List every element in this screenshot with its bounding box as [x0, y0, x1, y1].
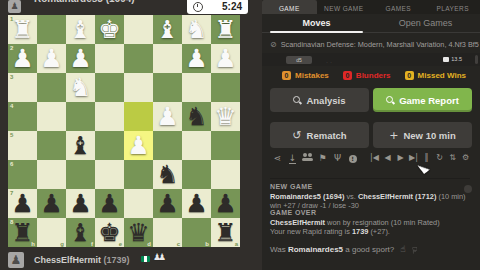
- new-rating-line: Your new Rapid rating is 1739 (+27).: [270, 227, 470, 236]
- square-f2[interactable]: ♟: [66, 44, 95, 73]
- move-badge: 13.5: [443, 56, 462, 62]
- new-rating-value: 1739: [352, 227, 368, 236]
- black-queen[interactable]: ♛: [127, 218, 149, 247]
- trophy-icon[interactable]: Ψ: [330, 154, 345, 163]
- square-f5[interactable]: ♝: [66, 131, 95, 160]
- square-a3[interactable]: [211, 73, 240, 102]
- next-move-icon[interactable]: ▶: [394, 154, 407, 162]
- rank-label: 1: [10, 16, 13, 22]
- square-e6[interactable]: [95, 160, 124, 189]
- opening-name: Scandinavian Defense: Modern, Marshall V…: [281, 40, 479, 49]
- square-c7[interactable]: ♟: [153, 189, 182, 218]
- white-pawn[interactable]: ♟: [185, 44, 207, 73]
- square-g4[interactable]: [37, 102, 66, 131]
- square-b2[interactable]: ♟: [182, 44, 211, 73]
- white-pawn[interactable]: ♟: [214, 44, 236, 73]
- new-game-section: NEW GAME Romainardes5 (1694) vs. ChessEl…: [270, 178, 470, 210]
- square-f8[interactable]: f♝: [66, 218, 95, 247]
- black-pawn[interactable]: ♟: [156, 189, 178, 218]
- square-h6[interactable]: 6: [8, 160, 37, 189]
- square-c4[interactable]: ♟: [153, 102, 182, 131]
- square-g7[interactable]: ♟: [37, 189, 66, 218]
- square-a4[interactable]: ♛: [211, 102, 240, 131]
- opening-book-icon: ⊘: [270, 40, 277, 49]
- sportsmanship-row: Was Romainardes5 a good sport? ☝ ☝: [270, 245, 417, 254]
- square-d6[interactable]: [124, 160, 153, 189]
- black-pawn[interactable]: ♟: [69, 189, 91, 218]
- last-move-icon[interactable]: ▶|: [407, 154, 420, 162]
- black-rook[interactable]: ♜: [11, 218, 33, 247]
- square-b6[interactable]: [182, 160, 211, 189]
- game-summary-row: 0Mistakes 0Blunders 0Missed Wins: [262, 66, 480, 84]
- opening-name-row: ⊘ Scandinavian Defense: Modern, Marshall…: [262, 36, 480, 52]
- pawn-avatar-icon: ♟: [10, 2, 18, 11]
- top-player-bar: ♟ Romainardes5 (1694) 5:24: [0, 0, 262, 14]
- square-d7[interactable]: [124, 189, 153, 218]
- square-h7[interactable]: 7♟: [8, 189, 37, 218]
- game-over-section: GAME OVER ChessElfHermit won by resignat…: [270, 209, 470, 236]
- game-report-button[interactable]: Game Report: [373, 88, 472, 112]
- white-pawn[interactable]: ♟: [127, 131, 149, 160]
- new-game-players: Romainardes5 (1694) vs. ChessElfHermit (…: [270, 192, 470, 201]
- download-icon[interactable]: ↓: [285, 154, 300, 163]
- game-controls-row: ⋖ ↓ ⚑ Ψ ! |◀ ◀ ▶ ▶| ‖ ↻ ⇅ ⚙: [262, 150, 480, 166]
- square-h3[interactable]: 3: [8, 73, 37, 102]
- rank-label: 5: [10, 132, 13, 138]
- tab-players[interactable]: PLAYERS: [426, 0, 480, 14]
- square-f4[interactable]: [66, 102, 95, 131]
- square-g6[interactable]: [37, 160, 66, 189]
- subtab-open-games[interactable]: Open Games: [371, 14, 480, 32]
- rank-label: 7: [10, 190, 13, 196]
- square-g3[interactable]: [37, 73, 66, 102]
- square-b1[interactable]: ♞: [182, 15, 211, 44]
- black-pawn[interactable]: ♟: [214, 189, 236, 218]
- file-label: c: [177, 241, 180, 247]
- square-e7[interactable]: ♟: [95, 189, 124, 218]
- swap-icon[interactable]: ⇅: [446, 154, 459, 162]
- magnifier-icon: [293, 96, 301, 104]
- chess-board[interactable]: 1♜♝♚♝♞♜2♟♟♟♟♟3♞4♟♞♛5♝♟6♞7♟♟♟♟♟♟♟8h♜gf♝e♚…: [8, 15, 240, 247]
- black-pawn[interactable]: ♟: [185, 189, 207, 218]
- square-a5[interactable]: [211, 131, 240, 160]
- tab-game[interactable]: GAME: [262, 0, 317, 14]
- panel-subtabs: Moves Open Games: [262, 14, 480, 33]
- black-knight[interactable]: ♞: [185, 102, 207, 131]
- tab-games[interactable]: GAMES: [371, 0, 426, 14]
- move-list-dots: ··: [326, 59, 334, 65]
- white-bishop[interactable]: ♝: [156, 15, 178, 44]
- square-b8[interactable]: b: [182, 218, 211, 247]
- white-pawn[interactable]: ♟: [69, 44, 91, 73]
- missed-wins-stat: 0Missed Wins: [405, 71, 466, 80]
- square-d5[interactable]: ♟: [124, 131, 153, 160]
- file-label: f: [91, 241, 93, 247]
- first-move-icon[interactable]: |◀: [368, 154, 381, 162]
- rematch-button-row: ↺Rematch +New 10 min: [270, 122, 472, 148]
- blunders-count: 0: [343, 71, 352, 80]
- file-label: h: [31, 241, 35, 247]
- info-icon[interactable]: !: [345, 154, 360, 163]
- white-clock: 5:24: [187, 0, 248, 14]
- new-game-header: NEW GAME: [270, 183, 470, 190]
- square-g5[interactable]: [37, 131, 66, 160]
- black-bishop[interactable]: ♝: [69, 218, 91, 247]
- white-rook[interactable]: ♜: [214, 15, 236, 44]
- black-pawn[interactable]: ♟: [11, 189, 33, 218]
- black-knight[interactable]: ♞: [156, 160, 178, 189]
- square-b3[interactable]: [182, 73, 211, 102]
- white-knight[interactable]: ♞: [69, 73, 91, 102]
- challenged-name[interactable]: ChessElfHermit (1712): [358, 192, 436, 201]
- rank-label: 3: [10, 74, 13, 80]
- square-b7[interactable]: ♟: [182, 189, 211, 218]
- square-e3[interactable]: [95, 73, 124, 102]
- square-d1[interactable]: [124, 15, 153, 44]
- challenger-name[interactable]: Romainardes5 (1694): [270, 192, 344, 201]
- game-over-header: GAME OVER: [270, 209, 470, 216]
- pawn-avatar-icon: ♟: [11, 254, 22, 266]
- challenge-flag-icon[interactable]: ⚑: [315, 154, 330, 163]
- square-e1[interactable]: ♚: [95, 15, 124, 44]
- file-label: b: [205, 241, 209, 247]
- white-queen[interactable]: ♛: [214, 102, 236, 131]
- square-g8[interactable]: g: [37, 218, 66, 247]
- white-king[interactable]: ♚: [98, 15, 120, 44]
- square-h8[interactable]: 8h♜: [8, 218, 37, 247]
- tab-new-game[interactable]: NEW GAME: [317, 0, 372, 14]
- square-d3[interactable]: [124, 73, 153, 102]
- square-d2[interactable]: [124, 44, 153, 73]
- top-player-avatar[interactable]: ♟: [8, 0, 21, 13]
- white-bishop[interactable]: ♝: [69, 15, 91, 44]
- square-a7[interactable]: ♟: [211, 189, 240, 218]
- new-10-min-button[interactable]: +New 10 min: [373, 122, 472, 148]
- file-label: g: [60, 241, 64, 247]
- rematch-button[interactable]: ↺Rematch: [270, 122, 369, 148]
- square-f6[interactable]: [66, 160, 95, 189]
- badge-icon: [443, 57, 449, 62]
- mistakes-stat: 0Mistakes: [282, 71, 329, 80]
- square-e4[interactable]: [95, 102, 124, 131]
- square-a8[interactable]: a♜: [211, 218, 240, 247]
- current-move-pill[interactable]: d5: [286, 56, 312, 64]
- square-c5[interactable]: [153, 131, 182, 160]
- top-player-name: Romainardes5 (1694): [34, 0, 135, 7]
- bottom-player-name[interactable]: ChessElfHermit (1739): [34, 255, 130, 265]
- square-g2[interactable]: ♟: [37, 44, 66, 73]
- black-bishop[interactable]: ♝: [69, 131, 91, 160]
- square-h1[interactable]: 1♜: [8, 15, 37, 44]
- file-label: e: [119, 241, 122, 247]
- thumbs-up-icon[interactable]: ☝: [400, 245, 405, 254]
- square-e2[interactable]: [95, 44, 124, 73]
- square-h5[interactable]: 5: [8, 131, 37, 160]
- rank-label: 6: [10, 161, 13, 167]
- square-c6[interactable]: ♞: [153, 160, 182, 189]
- black-king[interactable]: ♚: [98, 218, 120, 247]
- thumbs-down-icon[interactable]: ☝: [412, 245, 417, 254]
- sportsmanship-question: Was Romainardes5 a good sport?: [270, 245, 394, 254]
- challenge-circle-icon[interactable]: [464, 185, 472, 193]
- captured-pieces: ♟♟: [153, 252, 163, 262]
- square-c1[interactable]: ♝: [153, 15, 182, 44]
- square-a6[interactable]: [211, 160, 240, 189]
- analysis-button[interactable]: Analysis: [270, 88, 369, 112]
- game-result-line: ChessElfHermit won by resignation (10 mi…: [270, 218, 470, 227]
- square-h4[interactable]: 4: [8, 102, 37, 131]
- square-c8[interactable]: c: [153, 218, 182, 247]
- square-e5[interactable]: [95, 131, 124, 160]
- previous-move-icon[interactable]: ◀: [381, 154, 394, 162]
- square-h2[interactable]: 2♟: [8, 44, 37, 73]
- square-d4[interactable]: [124, 102, 153, 131]
- settings-gear-icon[interactable]: ⚙: [459, 154, 472, 162]
- white-pawn[interactable]: ♟: [40, 44, 62, 73]
- side-panel: GAME NEW GAME GAMES PLAYERS Moves Open G…: [262, 0, 480, 270]
- square-d8[interactable]: d♛: [124, 218, 153, 247]
- square-b4[interactable]: ♞: [182, 102, 211, 131]
- missed-wins-count: 0: [405, 71, 414, 80]
- move-list-strip[interactable]: d5 ·· 13.5: [262, 53, 480, 66]
- clock-icon: [193, 2, 203, 12]
- bottom-player-avatar[interactable]: ♟: [8, 252, 24, 268]
- black-rook[interactable]: ♜: [214, 218, 236, 247]
- white-knight[interactable]: ♞: [185, 15, 207, 44]
- rank-label: 2: [10, 45, 13, 51]
- black-pawn[interactable]: ♟: [40, 189, 62, 218]
- square-b5[interactable]: [182, 131, 211, 160]
- white-pawn[interactable]: ♟: [11, 44, 33, 73]
- move-list-scrollbar[interactable]: [475, 55, 478, 64]
- white-pawn[interactable]: ♟: [156, 102, 178, 131]
- square-g1[interactable]: [37, 15, 66, 44]
- rematch-icon: ↺: [292, 130, 301, 141]
- rank-label: 4: [10, 103, 13, 109]
- white-clock-time: 5:24: [222, 1, 242, 12]
- subtab-moves[interactable]: Moves: [262, 14, 371, 32]
- square-e8[interactable]: e♚: [95, 218, 124, 247]
- square-f3[interactable]: ♞: [66, 73, 95, 102]
- square-f1[interactable]: ♝: [66, 15, 95, 44]
- square-a1[interactable]: ♜: [211, 15, 240, 44]
- nigeria-flag-icon: [141, 256, 150, 262]
- black-pawn[interactable]: ♟: [98, 189, 120, 218]
- chesscom-app: ♟ Romainardes5 (1694) 5:24 1♜♝♚♝♞♜2♟♟♟♟♟…: [0, 0, 480, 270]
- white-rook[interactable]: ♜: [11, 15, 33, 44]
- game-report-icon: [386, 96, 394, 104]
- square-c2[interactable]: [153, 44, 182, 73]
- friends-icon[interactable]: [300, 153, 315, 163]
- blunders-stat: 0Blunders: [343, 71, 391, 80]
- panel-tabs: GAME NEW GAME GAMES PLAYERS: [262, 0, 480, 14]
- report-button-row: Analysis Game Report: [270, 88, 472, 112]
- flip-board-icon[interactable]: ↻: [433, 154, 446, 162]
- opponent-name: Romainardes5: [288, 245, 343, 254]
- bottom-player-rating: (1739): [104, 255, 130, 265]
- move-nav-group: |◀ ◀ ▶ ▶| ‖ ↻ ⇅ ⚙: [368, 154, 472, 162]
- bottom-player-bar: ♟ ChessElfHermit (1739) ♟♟ 9:45: [0, 249, 262, 270]
- plus-icon: +: [389, 130, 398, 141]
- square-f7[interactable]: ♟: [66, 189, 95, 218]
- mistakes-count: 0: [282, 71, 291, 80]
- rank-label: 8: [10, 219, 13, 225]
- winner-name[interactable]: ChessElfHermit: [270, 218, 325, 227]
- share-icon[interactable]: ⋖: [270, 154, 285, 163]
- file-label: d: [147, 241, 151, 247]
- file-label: a: [235, 241, 238, 247]
- share-icon-group: ⋖ ↓ ⚑ Ψ !: [270, 153, 360, 163]
- square-c3[interactable]: [153, 73, 182, 102]
- square-a2[interactable]: ♟: [211, 44, 240, 73]
